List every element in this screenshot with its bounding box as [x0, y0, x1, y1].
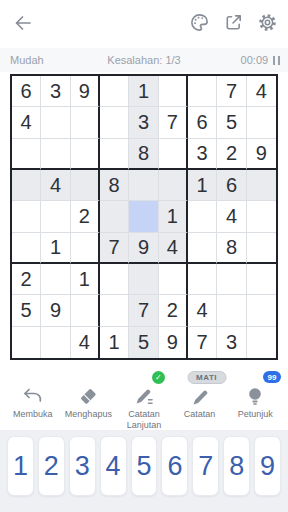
- notes-button[interactable]: MATI Catatan: [172, 371, 228, 431]
- numpad-key-8[interactable]: 8: [223, 436, 250, 496]
- cell-r5c1[interactable]: [12, 201, 41, 232]
- back-button[interactable]: [12, 12, 34, 34]
- cell-r1c8[interactable]: 7: [217, 76, 246, 107]
- cell-r6c7[interactable]: [188, 233, 217, 264]
- cell-r3c2[interactable]: [41, 139, 70, 170]
- cell-r4c2[interactable]: 4: [41, 170, 70, 201]
- numpad: 123456789: [0, 430, 288, 496]
- numpad-key-2[interactable]: 2: [38, 436, 65, 496]
- erase-button[interactable]: Menghapus: [61, 371, 117, 431]
- cell-r8c9[interactable]: [247, 295, 276, 326]
- palette-icon: [189, 12, 210, 33]
- undo-icon: [22, 386, 44, 406]
- difficulty-label: Mudah: [10, 54, 44, 66]
- pencil-icon: [189, 385, 211, 407]
- numpad-key-5[interactable]: 5: [131, 436, 158, 496]
- cell-r9c4[interactable]: 1: [100, 327, 129, 358]
- timer: 00:09: [241, 54, 269, 66]
- cell-r4c6[interactable]: [159, 170, 188, 201]
- cell-r1c7[interactable]: [188, 76, 217, 107]
- cell-r7c4[interactable]: [100, 264, 129, 295]
- cell-r3c1[interactable]: [12, 139, 41, 170]
- cell-r8c3[interactable]: [71, 295, 100, 326]
- numpad-key-3[interactable]: 3: [69, 436, 96, 496]
- cell-r9c8[interactable]: 3: [217, 327, 246, 358]
- cell-r1c3[interactable]: 9: [71, 76, 100, 107]
- cell-r6c3[interactable]: [71, 233, 100, 264]
- cell-r8c1[interactable]: 5: [12, 295, 41, 326]
- cell-r7c9[interactable]: [247, 264, 276, 295]
- top-bar: [0, 0, 288, 48]
- numpad-key-6[interactable]: 6: [161, 436, 188, 496]
- cell-r2c9[interactable]: [247, 107, 276, 138]
- sudoku-grid: 6391744376583294816214179482159724415973: [10, 74, 278, 360]
- cell-r3c6[interactable]: [159, 139, 188, 170]
- numpad-key-7[interactable]: 7: [192, 436, 219, 496]
- cell-r4c5[interactable]: [129, 170, 158, 201]
- theme-palette-button[interactable]: [189, 12, 210, 33]
- cell-r9c2[interactable]: [41, 327, 70, 358]
- cell-r3c5[interactable]: 8: [129, 139, 158, 170]
- cell-r2c6[interactable]: 7: [159, 107, 188, 138]
- cell-r3c3[interactable]: [71, 139, 100, 170]
- pause-icon: [273, 56, 275, 65]
- cell-r7c8[interactable]: [217, 264, 246, 295]
- advanced-notes-on-badge: ✓: [152, 371, 165, 384]
- cell-r5c4[interactable]: [100, 201, 129, 232]
- cell-r7c3[interactable]: 1: [71, 264, 100, 295]
- cell-r9c7[interactable]: 7: [188, 327, 217, 358]
- cell-r9c3[interactable]: 4: [71, 327, 100, 358]
- settings-button[interactable]: [257, 12, 278, 33]
- pause-button[interactable]: [273, 56, 280, 65]
- cell-r6c8[interactable]: 8: [217, 233, 246, 264]
- cell-r4c7[interactable]: 1: [188, 170, 217, 201]
- cell-r9c1[interactable]: [12, 327, 41, 358]
- cell-r2c1[interactable]: 4: [12, 107, 41, 138]
- cell-r1c9[interactable]: 4: [247, 76, 276, 107]
- cell-r9c6[interactable]: 9: [159, 327, 188, 358]
- advanced-notes-label: Catatan Lanjutan: [116, 409, 172, 431]
- cell-r6c5[interactable]: 9: [129, 233, 158, 264]
- pencil-lines-icon: [133, 385, 155, 407]
- cell-r1c1[interactable]: 6: [12, 76, 41, 107]
- cell-r5c9[interactable]: [247, 201, 276, 232]
- pause-icon: [278, 56, 280, 65]
- numpad-key-9[interactable]: 9: [254, 436, 281, 496]
- gear-icon: [257, 12, 278, 33]
- cell-r4c4[interactable]: 8: [100, 170, 129, 201]
- cell-r6c4[interactable]: 7: [100, 233, 129, 264]
- cell-r2c5[interactable]: 3: [129, 107, 158, 138]
- cell-r1c4[interactable]: [100, 76, 129, 107]
- cell-r4c1[interactable]: [12, 170, 41, 201]
- hint-button[interactable]: 99 Petunjuk: [227, 371, 283, 431]
- lightbulb-icon: [244, 385, 266, 407]
- sudoku-app: Kesalahan: 1/3 Mudah 00:09 6391744376583…: [0, 0, 288, 512]
- status-bar: Kesalahan: 1/3 Mudah 00:09: [0, 48, 288, 72]
- cell-r1c6[interactable]: [159, 76, 188, 107]
- cell-r8c7[interactable]: 4: [188, 295, 217, 326]
- cell-r3c4[interactable]: [100, 139, 129, 170]
- cell-r7c7[interactable]: [188, 264, 217, 295]
- cell-r5c5[interactable]: [129, 201, 158, 232]
- toolbar: Membuka Menghapus ✓: [0, 371, 288, 431]
- cell-r5c6[interactable]: 1: [159, 201, 188, 232]
- cell-r6c1[interactable]: [12, 233, 41, 264]
- hint-count-badge: 99: [263, 371, 281, 383]
- eraser-icon: [77, 385, 99, 407]
- cell-r5c2[interactable]: [41, 201, 70, 232]
- cell-r1c2[interactable]: 3: [41, 76, 70, 107]
- cell-r6c2[interactable]: 1: [41, 233, 70, 264]
- cell-r3c9[interactable]: 9: [247, 139, 276, 170]
- share-button[interactable]: [223, 12, 244, 33]
- cell-r7c5[interactable]: [129, 264, 158, 295]
- cell-r9c9[interactable]: [247, 327, 276, 358]
- cell-r2c7[interactable]: 6: [188, 107, 217, 138]
- undo-label: Membuka: [13, 409, 53, 420]
- cell-r8c2[interactable]: 9: [41, 295, 70, 326]
- cell-r8c8[interactable]: [217, 295, 246, 326]
- cell-r8c6[interactable]: 2: [159, 295, 188, 326]
- cell-r3c7[interactable]: 3: [188, 139, 217, 170]
- cell-r5c3[interactable]: 2: [71, 201, 100, 232]
- cell-r2c4[interactable]: [100, 107, 129, 138]
- cell-r7c1[interactable]: 2: [12, 264, 41, 295]
- cell-r5c7[interactable]: [188, 201, 217, 232]
- cell-r3c8[interactable]: 2: [217, 139, 246, 170]
- cell-r7c2[interactable]: [41, 264, 70, 295]
- cell-r1c5[interactable]: 1: [129, 76, 158, 107]
- cell-r7c6[interactable]: [159, 264, 188, 295]
- cell-r4c8[interactable]: 6: [217, 170, 246, 201]
- cell-r4c3[interactable]: [71, 170, 100, 201]
- numpad-panel: 123456789: [0, 430, 288, 512]
- erase-label: Menghapus: [65, 409, 112, 420]
- advanced-notes-button[interactable]: ✓ Catatan Lanjutan: [116, 371, 172, 431]
- cell-r9c5[interactable]: 5: [129, 327, 158, 358]
- notes-label: Catatan: [184, 409, 216, 420]
- cell-r4c9[interactable]: [247, 170, 276, 201]
- hint-label: Petunjuk: [238, 409, 273, 420]
- cell-r6c6[interactable]: 4: [159, 233, 188, 264]
- cell-r6c9[interactable]: [247, 233, 276, 264]
- cell-r8c5[interactable]: 7: [129, 295, 158, 326]
- cell-r5c8[interactable]: 4: [217, 201, 246, 232]
- numpad-key-4[interactable]: 4: [100, 436, 127, 496]
- numpad-key-1[interactable]: 1: [7, 436, 34, 496]
- cell-r2c2[interactable]: [41, 107, 70, 138]
- cell-r8c4[interactable]: [100, 295, 129, 326]
- undo-button[interactable]: Membuka: [5, 371, 61, 431]
- back-arrow-icon: [12, 12, 34, 34]
- cell-r2c8[interactable]: 5: [217, 107, 246, 138]
- notes-off-badge: MATI: [187, 371, 226, 384]
- share-icon: [223, 12, 244, 33]
- cell-r2c3[interactable]: [71, 107, 100, 138]
